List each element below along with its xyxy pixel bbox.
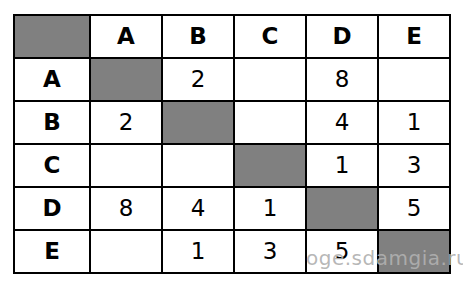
- row-header-e: E: [15, 231, 89, 272]
- cell-a-c: [235, 59, 305, 100]
- page: A B C D E A 2 8 B 2 4 1 C 1 3 D 8 4 1 5 …: [0, 0, 463, 289]
- cell-b-c: [235, 102, 305, 143]
- cell-c-e: 3: [379, 145, 449, 186]
- row-header-c: C: [15, 145, 89, 186]
- cell-b-e: 1: [379, 102, 449, 143]
- col-header-d: D: [307, 16, 377, 57]
- cell-b-d: 4: [307, 102, 377, 143]
- cell-d-d: [307, 188, 377, 229]
- cell-d-a: 8: [91, 188, 161, 229]
- col-header-c: C: [235, 16, 305, 57]
- col-header-a: A: [91, 16, 161, 57]
- cell-c-c: [235, 145, 305, 186]
- cell-c-b: [163, 145, 233, 186]
- cell-a-d: 8: [307, 59, 377, 100]
- cell-d-b: 4: [163, 188, 233, 229]
- cell-b-a: 2: [91, 102, 161, 143]
- distance-matrix-table: A B C D E A 2 8 B 2 4 1 C 1 3 D 8 4 1 5 …: [13, 14, 451, 274]
- cell-d-c: 1: [235, 188, 305, 229]
- cell-d-e: 5: [379, 188, 449, 229]
- row-header-a: A: [15, 59, 89, 100]
- watermark: oge.sdamgia.ru: [306, 246, 463, 270]
- cell-c-a: [91, 145, 161, 186]
- row-header-d: D: [15, 188, 89, 229]
- cell-a-e: [379, 59, 449, 100]
- col-header-b: B: [163, 16, 233, 57]
- col-header-e: E: [379, 16, 449, 57]
- cell-e-b: 1: [163, 231, 233, 272]
- cell-b-b: [163, 102, 233, 143]
- cell-e-c: 3: [235, 231, 305, 272]
- cell-e-a: [91, 231, 161, 272]
- cell-a-a: [91, 59, 161, 100]
- corner-cell: [15, 16, 89, 57]
- row-header-b: B: [15, 102, 89, 143]
- cell-c-d: 1: [307, 145, 377, 186]
- cell-a-b: 2: [163, 59, 233, 100]
